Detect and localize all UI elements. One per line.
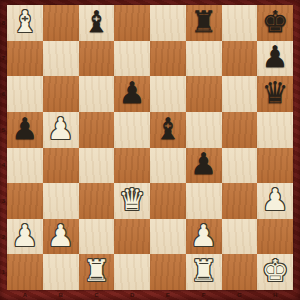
black-king: ♚ (262, 7, 289, 37)
white-pawn: ♟ (11, 221, 38, 251)
square-e8 (150, 5, 186, 41)
chess-board: ♝♝♜♚♟♟♛♟♟♝♟♛♟♟♟♟♜♜♚ (7, 5, 293, 290)
square-e5: ♝ (150, 112, 186, 148)
file-label-E: E (166, 292, 170, 298)
square-g6 (222, 76, 258, 112)
file-label-A: A (23, 292, 27, 298)
square-b8 (43, 5, 79, 41)
square-h2 (257, 219, 293, 255)
black-queen: ♛ (262, 78, 289, 108)
white-pawn: ♟ (47, 221, 74, 251)
square-e6 (150, 76, 186, 112)
square-g2 (222, 219, 258, 255)
square-d6: ♟ (114, 76, 150, 112)
square-h6: ♛ (257, 76, 293, 112)
square-h8: ♚ (257, 5, 293, 41)
square-h3: ♟ (257, 183, 293, 219)
black-bishop: ♝ (154, 114, 181, 144)
black-rook: ♜ (190, 7, 217, 37)
square-c3 (79, 183, 115, 219)
square-d4 (114, 148, 150, 184)
square-f4: ♟ (186, 148, 222, 184)
black-pawn: ♟ (190, 149, 217, 179)
rank-label-5: 5 (2, 127, 5, 133)
square-f8: ♜ (186, 5, 222, 41)
white-pawn: ♟ (190, 221, 217, 251)
square-b5: ♟ (43, 112, 79, 148)
white-pawn: ♟ (262, 185, 289, 215)
square-d8 (114, 5, 150, 41)
square-g1 (222, 254, 258, 290)
rank-label-1: 1 (2, 269, 5, 275)
square-f3 (186, 183, 222, 219)
square-a8: ♝ (7, 5, 43, 41)
white-rook: ♜ (190, 256, 217, 286)
square-d2 (114, 219, 150, 255)
file-label-D: D (130, 292, 134, 298)
file-label-B: B (58, 292, 62, 298)
square-e2 (150, 219, 186, 255)
square-d7 (114, 41, 150, 77)
file-label-G: G (237, 292, 242, 298)
square-h5 (257, 112, 293, 148)
square-c1: ♜ (79, 254, 115, 290)
file-label-F: F (202, 292, 206, 298)
black-pawn: ♟ (11, 114, 38, 144)
white-king: ♚ (262, 256, 289, 286)
square-b1 (43, 254, 79, 290)
square-f7 (186, 41, 222, 77)
square-b2: ♟ (43, 219, 79, 255)
square-c5 (79, 112, 115, 148)
square-e7 (150, 41, 186, 77)
square-b7 (43, 41, 79, 77)
black-pawn: ♟ (119, 78, 146, 108)
square-a6 (7, 76, 43, 112)
square-c7 (79, 41, 115, 77)
rank-label-2: 2 (2, 234, 5, 240)
square-f6 (186, 76, 222, 112)
square-g5 (222, 112, 258, 148)
square-d3: ♛ (114, 183, 150, 219)
chess-board-frame: ♝♝♜♚♟♟♛♟♟♝♟♛♟♟♟♟♜♜♚ 87654321 ABCDEFGH (0, 0, 300, 300)
square-g3 (222, 183, 258, 219)
square-b4 (43, 148, 79, 184)
square-e1 (150, 254, 186, 290)
square-h4 (257, 148, 293, 184)
white-rook: ♜ (83, 256, 110, 286)
square-b3 (43, 183, 79, 219)
square-f5 (186, 112, 222, 148)
square-c8: ♝ (79, 5, 115, 41)
square-a2: ♟ (7, 219, 43, 255)
rank-label-4: 4 (2, 162, 5, 168)
square-d1 (114, 254, 150, 290)
white-pawn: ♟ (47, 114, 74, 144)
black-pawn: ♟ (262, 42, 289, 72)
square-c2 (79, 219, 115, 255)
square-c6 (79, 76, 115, 112)
square-a7 (7, 41, 43, 77)
square-f2: ♟ (186, 219, 222, 255)
black-bishop: ♝ (83, 7, 110, 37)
rank-label-6: 6 (2, 91, 5, 97)
rank-label-8: 8 (2, 20, 5, 26)
square-g8 (222, 5, 258, 41)
square-h1: ♚ (257, 254, 293, 290)
square-a5: ♟ (7, 112, 43, 148)
square-g7 (222, 41, 258, 77)
square-e4 (150, 148, 186, 184)
square-g4 (222, 148, 258, 184)
square-f1: ♜ (186, 254, 222, 290)
square-d5 (114, 112, 150, 148)
white-queen: ♛ (119, 185, 146, 215)
file-label-C: C (94, 292, 98, 298)
square-a4 (7, 148, 43, 184)
square-a3 (7, 183, 43, 219)
square-e3 (150, 183, 186, 219)
file-label-H: H (273, 292, 277, 298)
square-h7: ♟ (257, 41, 293, 77)
rank-label-7: 7 (2, 55, 5, 61)
square-c4 (79, 148, 115, 184)
square-a1 (7, 254, 43, 290)
white-bishop: ♝ (11, 7, 38, 37)
square-b6 (43, 76, 79, 112)
rank-label-3: 3 (2, 198, 5, 204)
